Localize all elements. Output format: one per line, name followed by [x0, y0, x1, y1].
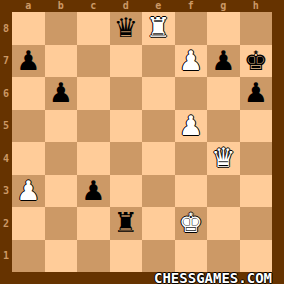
square-e3[interactable]: [142, 175, 175, 208]
square-c5[interactable]: [77, 110, 110, 143]
rank-label-3: 3: [0, 175, 12, 208]
square-a6[interactable]: [12, 77, 45, 110]
square-c6[interactable]: [77, 77, 110, 110]
file-labels: abcdefgh: [12, 0, 272, 12]
piece-white-queen[interactable]: ♛: [211, 142, 235, 174]
rank-label-6: 6: [0, 77, 12, 110]
square-g4[interactable]: ♛: [207, 142, 240, 175]
square-f5[interactable]: ♟: [175, 110, 208, 143]
square-h3[interactable]: [240, 175, 273, 208]
chess-board-frame: abcdefgh 87654321 ♛♜♟♟♟♚♟♟♟♛♟♟♜♚ CHESSGA…: [0, 0, 284, 284]
file-label-c: c: [77, 0, 110, 12]
square-a4[interactable]: [12, 142, 45, 175]
square-c2[interactable]: [77, 207, 110, 240]
square-c8[interactable]: [77, 12, 110, 45]
square-h7[interactable]: ♚: [240, 45, 273, 78]
file-label-h: h: [240, 0, 273, 12]
piece-black-pawn[interactable]: ♟: [16, 45, 40, 77]
square-c4[interactable]: [77, 142, 110, 175]
piece-black-king[interactable]: ♚: [244, 45, 268, 77]
square-e4[interactable]: [142, 142, 175, 175]
piece-black-pawn[interactable]: ♟: [49, 77, 73, 109]
square-f6[interactable]: [175, 77, 208, 110]
piece-white-pawn[interactable]: ♟: [16, 175, 40, 207]
square-f2[interactable]: ♚: [175, 207, 208, 240]
square-h4[interactable]: [240, 142, 273, 175]
rank-labels: 87654321: [0, 12, 12, 272]
square-b2[interactable]: [45, 207, 78, 240]
square-f4[interactable]: [175, 142, 208, 175]
square-a3[interactable]: ♟: [12, 175, 45, 208]
piece-white-king[interactable]: ♚: [179, 207, 203, 239]
square-b6[interactable]: ♟: [45, 77, 78, 110]
square-e5[interactable]: [142, 110, 175, 143]
square-a7[interactable]: ♟: [12, 45, 45, 78]
square-g8[interactable]: [207, 12, 240, 45]
piece-black-rook[interactable]: ♜: [114, 207, 138, 239]
rank-label-1: 1: [0, 240, 12, 273]
square-b4[interactable]: [45, 142, 78, 175]
rank-label-7: 7: [0, 45, 12, 78]
square-g5[interactable]: [207, 110, 240, 143]
square-d4[interactable]: [110, 142, 143, 175]
square-e8[interactable]: ♜: [142, 12, 175, 45]
square-b8[interactable]: [45, 12, 78, 45]
square-e6[interactable]: [142, 77, 175, 110]
piece-black-pawn[interactable]: ♟: [81, 175, 105, 207]
square-c3[interactable]: ♟: [77, 175, 110, 208]
file-label-a: a: [12, 0, 45, 12]
file-label-g: g: [207, 0, 240, 12]
square-h2[interactable]: [240, 207, 273, 240]
square-b3[interactable]: [45, 175, 78, 208]
piece-white-pawn[interactable]: ♟: [179, 45, 203, 77]
file-label-b: b: [45, 0, 78, 12]
square-d7[interactable]: [110, 45, 143, 78]
square-d6[interactable]: [110, 77, 143, 110]
piece-white-pawn[interactable]: ♟: [179, 110, 203, 142]
piece-white-rook[interactable]: ♜: [146, 12, 170, 44]
watermark-chessgames: CHESSGAMES.COM: [154, 272, 272, 284]
square-g7[interactable]: ♟: [207, 45, 240, 78]
rank-label-8: 8: [0, 12, 12, 45]
square-h1[interactable]: [240, 240, 273, 273]
square-d1[interactable]: [110, 240, 143, 273]
piece-black-queen[interactable]: ♛: [114, 12, 138, 44]
square-f3[interactable]: [175, 175, 208, 208]
piece-black-pawn[interactable]: ♟: [211, 45, 235, 77]
square-h6[interactable]: ♟: [240, 77, 273, 110]
chess-board: ♛♜♟♟♟♚♟♟♟♛♟♟♜♚: [12, 12, 272, 272]
rank-label-2: 2: [0, 207, 12, 240]
square-e7[interactable]: [142, 45, 175, 78]
square-b7[interactable]: [45, 45, 78, 78]
square-e2[interactable]: [142, 207, 175, 240]
piece-black-pawn[interactable]: ♟: [244, 77, 268, 109]
square-a8[interactable]: [12, 12, 45, 45]
square-a2[interactable]: [12, 207, 45, 240]
square-g3[interactable]: [207, 175, 240, 208]
file-label-d: d: [110, 0, 143, 12]
square-h8[interactable]: [240, 12, 273, 45]
square-f7[interactable]: ♟: [175, 45, 208, 78]
square-d2[interactable]: ♜: [110, 207, 143, 240]
square-d5[interactable]: [110, 110, 143, 143]
square-g1[interactable]: [207, 240, 240, 273]
square-b5[interactable]: [45, 110, 78, 143]
square-f1[interactable]: [175, 240, 208, 273]
square-e1[interactable]: [142, 240, 175, 273]
square-c7[interactable]: [77, 45, 110, 78]
square-c1[interactable]: [77, 240, 110, 273]
rank-label-4: 4: [0, 142, 12, 175]
file-label-f: f: [175, 0, 208, 12]
square-d8[interactable]: ♛: [110, 12, 143, 45]
square-h5[interactable]: [240, 110, 273, 143]
square-d3[interactable]: [110, 175, 143, 208]
square-f8[interactable]: [175, 12, 208, 45]
square-a5[interactable]: [12, 110, 45, 143]
file-label-e: e: [142, 0, 175, 12]
rank-label-5: 5: [0, 110, 12, 143]
square-g6[interactable]: [207, 77, 240, 110]
square-a1[interactable]: [12, 240, 45, 273]
square-b1[interactable]: [45, 240, 78, 273]
square-g2[interactable]: [207, 207, 240, 240]
